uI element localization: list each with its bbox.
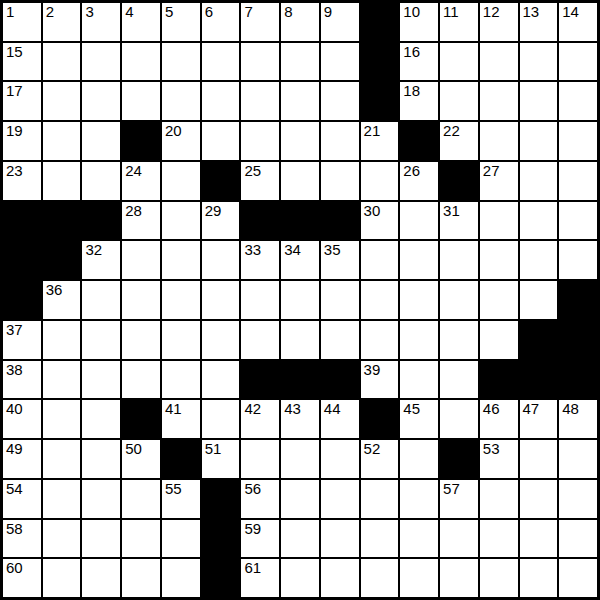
clue-number: 1 [6,4,14,20]
clue-number: 59 [244,521,261,537]
letter-cell[interactable] [440,400,478,438]
letter-cell[interactable]: 27 [480,162,518,200]
letter-cell[interactable]: 38 [3,361,41,399]
clue-number: 16 [403,44,420,60]
letter-cell[interactable]: 48 [559,400,597,438]
letter-cell[interactable] [559,480,597,518]
clue-number: 34 [284,242,301,258]
letter-cell[interactable]: 53 [480,440,518,478]
letter-cell[interactable] [281,43,319,81]
letter-cell[interactable] [162,43,200,81]
letter-cell[interactable] [321,480,359,518]
letter-cell[interactable] [162,321,200,359]
letter-cell[interactable] [480,559,518,597]
letter-cell[interactable]: 56 [241,480,279,518]
clue-number: 19 [6,123,23,139]
block-cell [520,321,558,359]
block-cell [361,82,399,120]
clue-number: 46 [483,401,500,417]
block-cell [3,202,41,240]
clue-number: 37 [6,322,23,338]
block-cell [43,241,81,279]
letter-cell[interactable] [202,122,240,160]
clue-number: 20 [165,123,182,139]
letter-cell[interactable] [281,520,319,558]
letter-cell[interactable] [321,281,359,319]
letter-cell[interactable] [43,400,81,438]
block-cell [440,440,478,478]
letter-cell[interactable]: 39 [361,361,399,399]
block-cell [400,122,438,160]
clue-number: 13 [523,4,540,20]
letter-cell[interactable] [480,321,518,359]
clue-number: 50 [125,441,142,457]
letter-cell[interactable] [202,82,240,120]
letter-cell[interactable] [559,559,597,597]
letter-cell[interactable] [321,440,359,478]
letter-cell[interactable]: 13 [520,3,558,41]
clue-number: 18 [403,83,420,99]
letter-cell[interactable]: 59 [241,520,279,558]
letter-cell[interactable] [122,281,160,319]
letter-cell[interactable] [82,520,120,558]
clue-number: 31 [443,203,460,219]
letter-cell[interactable] [281,82,319,120]
letter-cell[interactable]: 32 [82,241,120,279]
letter-cell[interactable] [82,321,120,359]
letter-cell[interactable] [122,559,160,597]
letter-cell[interactable] [281,321,319,359]
letter-cell[interactable] [520,241,558,279]
clue-number: 12 [483,4,500,20]
clue-number: 22 [443,123,460,139]
letter-cell[interactable]: 60 [3,559,41,597]
clue-number: 35 [324,242,341,258]
letter-cell[interactable] [162,202,200,240]
clue-number: 32 [85,242,102,258]
letter-cell[interactable] [440,559,478,597]
letter-cell[interactable] [440,43,478,81]
clue-number: 57 [443,481,460,497]
clue-number: 43 [284,401,301,417]
letter-cell[interactable] [321,82,359,120]
clue-number: 54 [6,481,23,497]
letter-cell[interactable] [480,281,518,319]
letter-cell[interactable] [361,520,399,558]
letter-cell[interactable]: 44 [321,400,359,438]
letter-cell[interactable] [82,122,120,160]
clue-number: 6 [205,4,213,20]
clue-number: 51 [205,441,222,457]
letter-cell[interactable] [400,202,438,240]
letter-cell[interactable] [281,559,319,597]
letter-cell[interactable]: 7 [241,3,279,41]
letter-cell[interactable] [43,43,81,81]
block-cell [281,202,319,240]
letter-cell[interactable] [321,520,359,558]
block-cell [43,202,81,240]
letter-cell[interactable] [43,559,81,597]
clue-number: 29 [205,203,222,219]
letter-cell[interactable]: 3 [82,3,120,41]
letter-cell[interactable] [241,321,279,359]
letter-cell[interactable]: 6 [202,3,240,41]
letter-cell[interactable] [82,559,120,597]
block-cell [559,281,597,319]
letter-cell[interactable] [281,440,319,478]
letter-cell[interactable] [520,82,558,120]
block-cell [82,202,120,240]
letter-cell[interactable] [82,361,120,399]
block-cell [202,520,240,558]
letter-cell[interactable] [520,480,558,518]
letter-cell[interactable] [321,43,359,81]
letter-cell[interactable] [122,361,160,399]
letter-cell[interactable]: 25 [241,162,279,200]
clue-number: 58 [6,521,23,537]
letter-cell[interactable] [82,480,120,518]
clue-number: 38 [6,362,23,378]
letter-cell[interactable] [82,43,120,81]
letter-cell[interactable] [43,162,81,200]
letter-cell[interactable]: 26 [400,162,438,200]
clue-number: 52 [364,441,381,457]
letter-cell[interactable]: 5 [162,3,200,41]
letter-cell[interactable] [43,440,81,478]
letter-cell[interactable] [321,122,359,160]
clue-number: 41 [165,401,182,417]
letter-cell[interactable] [241,82,279,120]
letter-cell[interactable] [440,82,478,120]
clue-number: 17 [6,83,23,99]
letter-cell[interactable] [440,321,478,359]
clue-number: 8 [284,4,292,20]
clue-number: 27 [483,163,500,179]
letter-cell[interactable]: 11 [440,3,478,41]
letter-cell[interactable] [520,559,558,597]
letter-cell[interactable] [520,281,558,319]
block-cell [361,400,399,438]
clue-number: 21 [364,123,381,139]
clue-number: 5 [165,4,173,20]
letter-cell[interactable] [520,520,558,558]
block-cell [559,361,597,399]
letter-cell[interactable] [202,361,240,399]
letter-cell[interactable]: 31 [440,202,478,240]
letter-cell[interactable]: 12 [480,3,518,41]
letter-cell[interactable]: 41 [162,400,200,438]
letter-cell[interactable] [202,43,240,81]
letter-cell[interactable] [361,559,399,597]
letter-cell[interactable] [43,122,81,160]
letter-cell[interactable] [400,281,438,319]
clue-number: 53 [483,441,500,457]
letter-cell[interactable]: 55 [162,480,200,518]
letter-cell[interactable] [202,281,240,319]
letter-cell[interactable] [440,520,478,558]
block-cell [3,241,41,279]
letter-cell[interactable]: 49 [3,440,41,478]
letter-cell[interactable]: 1 [3,3,41,41]
letter-cell[interactable] [202,321,240,359]
clue-number: 24 [125,163,142,179]
letter-cell[interactable] [122,480,160,518]
block-cell [440,162,478,200]
block-cell [241,361,279,399]
letter-cell[interactable] [82,82,120,120]
letter-cell[interactable]: 57 [440,480,478,518]
letter-cell[interactable] [241,43,279,81]
block-cell [202,480,240,518]
clue-number: 61 [244,560,261,576]
letter-cell[interactable] [241,440,279,478]
letter-cell[interactable] [480,122,518,160]
letter-cell[interactable]: 2 [43,3,81,41]
letter-cell[interactable] [559,43,597,81]
letter-cell[interactable]: 58 [3,520,41,558]
letter-cell[interactable] [440,361,478,399]
letter-cell[interactable] [202,400,240,438]
letter-cell[interactable] [400,480,438,518]
clue-number: 23 [6,163,23,179]
letter-cell[interactable]: 50 [122,440,160,478]
block-cell [361,43,399,81]
letter-cell[interactable] [82,440,120,478]
letter-cell[interactable] [559,122,597,160]
letter-cell[interactable] [559,82,597,120]
letter-cell[interactable] [241,281,279,319]
letter-cell[interactable]: 34 [281,241,319,279]
clue-number: 56 [244,481,261,497]
letter-cell[interactable] [122,82,160,120]
letter-cell[interactable] [82,162,120,200]
clue-number: 36 [46,282,63,298]
letter-cell[interactable] [400,321,438,359]
letter-cell[interactable] [520,202,558,240]
letter-cell[interactable] [480,43,518,81]
clue-number: 48 [562,401,579,417]
letter-cell[interactable] [241,122,279,160]
block-cell [122,122,160,160]
block-cell [321,202,359,240]
letter-cell[interactable] [162,82,200,120]
letter-cell[interactable] [520,162,558,200]
letter-cell[interactable] [281,480,319,518]
letter-cell[interactable]: 8 [281,3,319,41]
letter-cell[interactable]: 52 [361,440,399,478]
letter-cell[interactable]: 35 [321,241,359,279]
letter-cell[interactable] [281,122,319,160]
letter-cell[interactable]: 19 [3,122,41,160]
letter-cell[interactable]: 20 [162,122,200,160]
letter-cell[interactable]: 37 [3,321,41,359]
letter-cell[interactable] [281,162,319,200]
clue-number: 26 [403,163,420,179]
letter-cell[interactable]: 61 [241,559,279,597]
letter-cell[interactable] [400,440,438,478]
block-cell [480,361,518,399]
clue-number: 33 [244,242,261,258]
letter-cell[interactable] [321,321,359,359]
letter-cell[interactable]: 45 [400,400,438,438]
letter-cell[interactable] [321,559,359,597]
letter-cell[interactable] [122,241,160,279]
letter-cell[interactable] [440,241,478,279]
letter-cell[interactable] [43,361,81,399]
block-cell [122,400,160,438]
clue-number: 10 [403,4,420,20]
letter-cell[interactable] [43,480,81,518]
letter-cell[interactable] [480,82,518,120]
letter-cell[interactable]: 23 [3,162,41,200]
letter-cell[interactable]: 33 [241,241,279,279]
letter-cell[interactable] [82,281,120,319]
crossword-board: 1234567891011121314151617181920212223242… [0,0,600,600]
clue-number: 47 [523,401,540,417]
letter-cell[interactable] [162,361,200,399]
clue-number: 11 [443,4,459,20]
letter-cell[interactable]: 51 [202,440,240,478]
letter-cell[interactable] [400,559,438,597]
letter-cell[interactable]: 30 [361,202,399,240]
letter-cell[interactable] [480,241,518,279]
letter-cell[interactable]: 9 [321,3,359,41]
letter-cell[interactable]: 36 [43,281,81,319]
clue-number: 44 [324,401,341,417]
block-cell [321,361,359,399]
letter-cell[interactable] [361,241,399,279]
letter-cell[interactable] [202,241,240,279]
letter-cell[interactable] [520,122,558,160]
letter-cell[interactable]: 17 [3,82,41,120]
letter-cell[interactable]: 15 [3,43,41,81]
clue-number: 60 [6,560,23,576]
clue-number: 30 [364,203,381,219]
letter-cell[interactable] [122,43,160,81]
clue-number: 45 [403,401,420,417]
block-cell [361,3,399,41]
block-cell [162,440,200,478]
letter-cell[interactable]: 46 [480,400,518,438]
letter-cell[interactable] [162,162,200,200]
block-cell [3,281,41,319]
block-cell [202,162,240,200]
letter-cell[interactable]: 42 [241,400,279,438]
block-cell [281,361,319,399]
block-cell [559,321,597,359]
letter-cell[interactable] [122,520,160,558]
letter-cell[interactable] [43,82,81,120]
letter-cell[interactable] [122,321,160,359]
letter-cell[interactable]: 47 [520,400,558,438]
letter-cell[interactable] [321,162,359,200]
clue-number: 25 [244,163,261,179]
letter-cell[interactable]: 24 [122,162,160,200]
block-cell [202,559,240,597]
letter-cell[interactable]: 4 [122,3,160,41]
letter-cell[interactable] [559,202,597,240]
letter-cell[interactable] [559,162,597,200]
letter-cell[interactable]: 10 [400,3,438,41]
letter-cell[interactable]: 43 [281,400,319,438]
letter-cell[interactable] [361,321,399,359]
letter-cell[interactable] [559,520,597,558]
letter-cell[interactable] [520,43,558,81]
letter-cell[interactable]: 14 [559,3,597,41]
letter-cell[interactable] [440,281,478,319]
letter-cell[interactable]: 28 [122,202,160,240]
clue-number: 40 [6,401,23,417]
letter-cell[interactable] [480,202,518,240]
letter-cell[interactable] [82,400,120,438]
letter-cell[interactable] [43,520,81,558]
letter-cell[interactable]: 29 [202,202,240,240]
clue-number: 49 [6,441,23,457]
letter-cell[interactable] [520,440,558,478]
letter-cell[interactable] [361,480,399,518]
letter-cell[interactable] [361,281,399,319]
clue-number: 3 [85,4,93,20]
clue-number: 15 [6,44,23,60]
clue-number: 14 [562,4,579,20]
letter-cell[interactable] [162,520,200,558]
letter-cell[interactable] [281,281,319,319]
letter-cell[interactable] [162,281,200,319]
letter-cell[interactable]: 18 [400,82,438,120]
letter-cell[interactable]: 40 [3,400,41,438]
letter-cell[interactable] [480,520,518,558]
clue-number: 2 [46,4,54,20]
letter-cell[interactable] [162,241,200,279]
clue-number: 7 [244,4,252,20]
clue-number: 28 [125,203,142,219]
letter-cell[interactable] [361,162,399,200]
letter-cell[interactable] [559,440,597,478]
letter-cell[interactable] [559,241,597,279]
letter-cell[interactable] [400,241,438,279]
letter-cell[interactable]: 22 [440,122,478,160]
block-cell [520,361,558,399]
letter-cell[interactable]: 16 [400,43,438,81]
clue-number: 39 [364,362,381,378]
clue-number: 4 [125,4,133,20]
letter-cell[interactable]: 21 [361,122,399,160]
letter-cell[interactable] [400,361,438,399]
clue-number: 55 [165,481,182,497]
letter-cell[interactable] [400,520,438,558]
letter-cell[interactable] [162,559,200,597]
clue-number: 9 [324,4,332,20]
clue-number: 42 [244,401,261,417]
letter-cell[interactable] [43,321,81,359]
block-cell [241,202,279,240]
letter-cell[interactable]: 54 [3,480,41,518]
letter-cell[interactable] [480,480,518,518]
